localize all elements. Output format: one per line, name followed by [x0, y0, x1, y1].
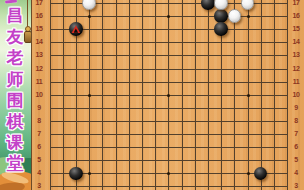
go-app-screenshot: 昌友老师围棋课堂 1717161615151414131312121111101… — [0, 0, 304, 190]
row-label-right: 14 — [289, 38, 303, 46]
sidebar-caption-char: 昌 — [0, 5, 30, 26]
white-stone[interactable] — [228, 9, 242, 23]
star-point — [247, 172, 250, 175]
row-label-left: 8 — [32, 117, 46, 125]
row-label-left: 17 — [32, 0, 46, 7]
row-label-left: 14 — [32, 38, 46, 46]
sidebar-caption-char: 老 — [0, 47, 30, 68]
white-stone[interactable] — [214, 0, 228, 10]
grid-line-horizontal — [50, 42, 289, 43]
star-point — [88, 94, 91, 97]
black-stone[interactable] — [254, 167, 268, 181]
row-label-left: 4 — [32, 169, 46, 177]
black-stone[interactable] — [214, 9, 228, 23]
row-label-left: 12 — [32, 65, 46, 73]
grid-line-horizontal — [50, 160, 289, 161]
black-stone[interactable] — [201, 0, 215, 10]
grid-line-horizontal — [50, 108, 289, 109]
row-label-left: 6 — [32, 143, 46, 151]
black-stone[interactable] — [69, 167, 83, 181]
row-label-right: 16 — [289, 12, 303, 20]
row-label-right: 11 — [289, 78, 303, 86]
star-point — [247, 94, 250, 97]
row-label-left: 3 — [32, 182, 46, 190]
white-stone[interactable] — [82, 0, 96, 10]
star-point — [88, 172, 91, 175]
sidebar-caption: 昌友老师围棋课堂 — [0, 5, 30, 175]
row-label-left: 13 — [32, 51, 46, 59]
grid-line-horizontal — [50, 121, 289, 122]
row-label-right: 4 — [289, 169, 303, 177]
sidebar-caption-char: 友 — [0, 26, 30, 47]
star-point — [88, 15, 91, 18]
row-label-left: 11 — [32, 78, 46, 86]
grid-line-horizontal — [50, 186, 289, 187]
row-label-right: 3 — [289, 182, 303, 190]
star-point — [167, 15, 170, 18]
row-label-right: 6 — [289, 143, 303, 151]
triangle-marker-inner — [74, 28, 79, 32]
sidebar-art: 昌友老师围棋课堂 — [0, 0, 32, 190]
black-stone[interactable] — [214, 22, 228, 36]
row-label-right: 9 — [289, 104, 303, 112]
sidebar-caption-char: 课 — [0, 132, 30, 153]
row-label-right: 13 — [289, 51, 303, 59]
grid-line-horizontal — [50, 69, 289, 70]
row-label-left: 7 — [32, 130, 46, 138]
row-label-right: 5 — [289, 156, 303, 164]
grid-line-horizontal — [50, 55, 289, 56]
sidebar-caption-char: 棋 — [0, 111, 30, 132]
row-label-left: 5 — [32, 156, 46, 164]
row-label-right: 8 — [289, 117, 303, 125]
row-label-left: 9 — [32, 104, 46, 112]
star-point — [167, 94, 170, 97]
row-label-right: 17 — [289, 0, 303, 7]
go-board[interactable]: 1717161615151414131312121111101099887766… — [32, 0, 304, 190]
row-label-right: 7 — [289, 130, 303, 138]
sidebar-caption-char: 师 — [0, 69, 30, 90]
row-label-left: 10 — [32, 91, 46, 99]
row-label-right: 10 — [289, 91, 303, 99]
sidebar-caption-char: 围 — [0, 90, 30, 111]
row-label-left: 16 — [32, 12, 46, 20]
white-stone[interactable] — [241, 0, 255, 10]
star-point — [247, 15, 250, 18]
sidebar-caption-char: 堂 — [0, 153, 30, 174]
row-label-left: 15 — [32, 25, 46, 33]
grid-line-horizontal — [50, 147, 289, 148]
grid-line-horizontal — [50, 134, 289, 135]
star-point — [167, 172, 170, 175]
cut-character-sliver — [5, 0, 17, 4]
row-label-right: 15 — [289, 25, 303, 33]
grid-line-horizontal — [50, 29, 289, 30]
row-label-right: 12 — [289, 65, 303, 73]
grid-line-horizontal — [50, 82, 289, 83]
